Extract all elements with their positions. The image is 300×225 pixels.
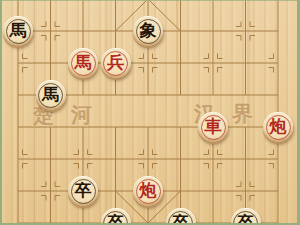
piece-glyph: 車 <box>198 112 228 142</box>
screen-border-left <box>0 0 2 225</box>
piece-red-horse[interactable]: 馬 <box>68 48 98 78</box>
piece-black-elephant[interactable]: 象 <box>133 16 163 46</box>
piece-red-cannon[interactable]: 炮 <box>263 112 293 142</box>
piece-glyph: 馬 <box>3 16 33 46</box>
piece-glyph: 象 <box>133 16 163 46</box>
screen-border-top <box>0 0 300 1</box>
xiangqi-board: 楚河 汉界 馬象馬兵馬車炮卒炮卒卒卒 <box>0 0 300 225</box>
screen-border-bottom <box>0 223 300 225</box>
piece-red-soldier[interactable]: 兵 <box>101 48 131 78</box>
screen-border-right <box>297 0 300 225</box>
piece-glyph: 卒 <box>68 176 98 206</box>
piece-black-horse[interactable]: 馬 <box>3 16 33 46</box>
piece-black-soldier[interactable]: 卒 <box>68 176 98 206</box>
piece-glyph: 馬 <box>36 80 66 110</box>
piece-glyph: 馬 <box>68 48 98 78</box>
piece-glyph: 炮 <box>133 176 163 206</box>
piece-red-cannon[interactable]: 炮 <box>133 176 163 206</box>
piece-glyph: 兵 <box>101 48 131 78</box>
piece-red-chariot[interactable]: 車 <box>198 112 228 142</box>
piece-black-horse[interactable]: 馬 <box>36 80 66 110</box>
piece-glyph: 炮 <box>263 112 293 142</box>
